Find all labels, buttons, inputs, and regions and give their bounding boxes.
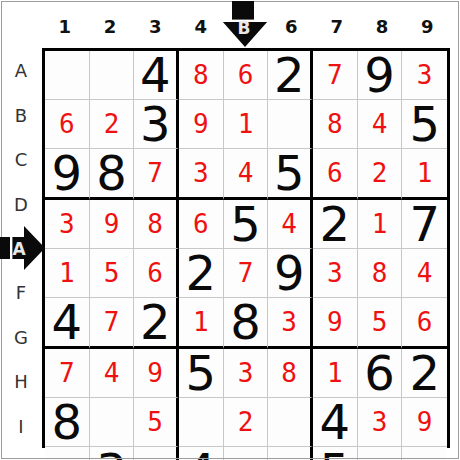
marker-b-letter: B xyxy=(238,18,251,38)
cell-A5[interactable]: 6 xyxy=(224,51,269,100)
col-label-8: 8 xyxy=(376,16,389,37)
arrow-down-icon: B xyxy=(222,1,268,48)
cell-C8[interactable]: 2 xyxy=(358,149,403,200)
cell-B9[interactable]: 5 xyxy=(402,100,447,149)
row-label-A: A xyxy=(15,60,27,81)
cell-E5[interactable]: 7 xyxy=(224,249,269,298)
row-label-F: F xyxy=(16,282,26,303)
cell-D9[interactable]: 7 xyxy=(402,200,447,249)
cell-D6[interactable]: 4 xyxy=(268,200,313,249)
cell-D4[interactable]: 6 xyxy=(179,200,224,249)
cell-D2[interactable]: 9 xyxy=(90,200,135,249)
col-label-2: 2 xyxy=(104,16,117,37)
cell-G7[interactable]: 1 xyxy=(313,349,358,398)
cell-F7[interactable]: 9 xyxy=(313,298,358,349)
cell-B4[interactable]: 9 xyxy=(179,100,224,149)
cell-A2[interactable] xyxy=(90,51,135,100)
cell-G4[interactable]: 5 xyxy=(179,349,224,398)
cell-C2[interactable]: 8 xyxy=(90,149,135,200)
col-label-6: 6 xyxy=(285,16,298,37)
cell-I9[interactable]: 8 xyxy=(402,447,447,460)
cell-F4[interactable]: 1 xyxy=(179,298,224,349)
cell-F1[interactable]: 4 xyxy=(45,298,90,349)
cell-G9[interactable]: 2 xyxy=(402,349,447,398)
cell-B8[interactable]: 4 xyxy=(358,100,403,149)
marker-a-letter: A xyxy=(12,239,26,259)
column-pointer-marker-b: B xyxy=(222,1,268,52)
cell-E8[interactable]: 8 xyxy=(358,249,403,298)
cell-D5[interactable]: 5 xyxy=(224,200,269,249)
cell-E2[interactable]: 5 xyxy=(90,249,135,298)
cell-G8[interactable]: 6 xyxy=(358,349,403,398)
cell-A7[interactable]: 7 xyxy=(313,51,358,100)
cell-D3[interactable]: 8 xyxy=(134,200,179,249)
cell-G3[interactable]: 9 xyxy=(134,349,179,398)
cell-I7[interactable]: 5 xyxy=(313,447,358,460)
cell-I4[interactable]: 4 xyxy=(179,447,224,460)
cell-H6[interactable] xyxy=(268,398,313,447)
cell-I8[interactable]: 7 xyxy=(358,447,403,460)
cell-H8[interactable]: 3 xyxy=(358,398,403,447)
cell-H9[interactable]: 9 xyxy=(402,398,447,447)
cell-I5[interactable]: 9 xyxy=(224,447,269,460)
cell-G2[interactable]: 4 xyxy=(90,349,135,398)
cell-B5[interactable]: 1 xyxy=(224,100,269,149)
cell-G1[interactable]: 7 xyxy=(45,349,90,398)
cell-D1[interactable]: 3 xyxy=(45,200,90,249)
cell-B7[interactable]: 8 xyxy=(313,100,358,149)
cell-D8[interactable]: 1 xyxy=(358,200,403,249)
cell-B2[interactable]: 2 xyxy=(90,100,135,149)
cell-H7[interactable]: 4 xyxy=(313,398,358,447)
cell-C4[interactable]: 3 xyxy=(179,149,224,200)
cell-I1[interactable]: 2 xyxy=(45,447,90,460)
cell-B1[interactable]: 6 xyxy=(45,100,90,149)
cell-E4[interactable]: 2 xyxy=(179,249,224,298)
cell-A3[interactable]: 4 xyxy=(134,51,179,100)
cell-A1[interactable] xyxy=(45,51,90,100)
cell-C9[interactable]: 1 xyxy=(402,149,447,200)
row-label-H: H xyxy=(14,371,28,392)
cell-A4[interactable]: 8 xyxy=(179,51,224,100)
col-label-4: 4 xyxy=(194,16,207,37)
cell-C6[interactable]: 5 xyxy=(268,149,313,200)
arrow-right-icon: A xyxy=(0,225,46,271)
row-label-B: B xyxy=(15,104,27,125)
cell-H4[interactable] xyxy=(179,398,224,447)
cell-D7[interactable]: 2 xyxy=(313,200,358,249)
cell-H1[interactable]: 8 xyxy=(45,398,90,447)
col-label-3: 3 xyxy=(149,16,162,37)
cell-C7[interactable]: 6 xyxy=(313,149,358,200)
cell-E9[interactable]: 4 xyxy=(402,249,447,298)
cell-F2[interactable]: 7 xyxy=(90,298,135,349)
row-label-I: I xyxy=(18,415,23,436)
cell-I2[interactable]: 3 xyxy=(90,447,135,460)
cell-F8[interactable]: 5 xyxy=(358,298,403,349)
cell-G5[interactable]: 3 xyxy=(224,349,269,398)
col-label-1: 1 xyxy=(58,16,71,37)
cell-H3[interactable]: 5 xyxy=(134,398,179,447)
cell-E7[interactable]: 3 xyxy=(313,249,358,298)
cell-E3[interactable]: 6 xyxy=(134,249,179,298)
cell-H2[interactable] xyxy=(90,398,135,447)
cell-I6[interactable] xyxy=(268,447,313,460)
col-label-9: 9 xyxy=(421,16,434,37)
cell-G6[interactable]: 8 xyxy=(268,349,313,398)
row-pointer-marker-a: A xyxy=(0,225,46,275)
cell-A9[interactable]: 3 xyxy=(402,51,447,100)
cell-B3[interactable]: 3 xyxy=(134,100,179,149)
row-label-D: D xyxy=(14,193,28,214)
cell-B6[interactable] xyxy=(268,100,313,149)
cell-C3[interactable]: 7 xyxy=(134,149,179,200)
cell-E1[interactable]: 1 xyxy=(45,249,90,298)
cell-A6[interactable]: 2 xyxy=(268,51,313,100)
sudoku-page: 4862793623918459873456213986542171562793… xyxy=(0,0,460,460)
cell-F3[interactable]: 2 xyxy=(134,298,179,349)
cell-H5[interactable]: 2 xyxy=(224,398,269,447)
sudoku-grid: 4862793623918459873456213986542171562793… xyxy=(42,48,450,448)
row-label-C: C xyxy=(15,149,28,170)
cell-I3[interactable] xyxy=(134,447,179,460)
cell-E6[interactable]: 9 xyxy=(268,249,313,298)
col-label-7: 7 xyxy=(330,16,343,37)
cell-F6[interactable]: 3 xyxy=(268,298,313,349)
cell-F9[interactable]: 6 xyxy=(402,298,447,349)
cell-C5[interactable]: 4 xyxy=(224,149,269,200)
cell-A8[interactable]: 9 xyxy=(358,51,403,100)
cell-F5[interactable]: 8 xyxy=(224,298,269,349)
cell-C1[interactable]: 9 xyxy=(45,149,90,200)
row-label-G: G xyxy=(14,326,28,347)
